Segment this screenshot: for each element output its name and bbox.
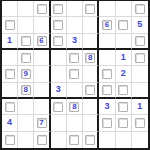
cell-input-box[interactable] (53, 102, 63, 112)
entered-digit: 9 (24, 70, 28, 78)
cell-r9c5[interactable] (67, 132, 83, 148)
cell-r8c4[interactable] (51, 115, 67, 131)
cell-input-box[interactable] (37, 4, 47, 14)
cell-r8c8[interactable] (116, 115, 132, 131)
cell-r6c8[interactable] (116, 83, 132, 99)
cell-r1c9[interactable] (132, 1, 148, 17)
cell-r2c9[interactable]: 5 (132, 17, 148, 33)
cell-r2c7[interactable]: 6 (99, 17, 115, 33)
cell-input-box[interactable] (102, 69, 112, 79)
entered-digit: 6 (39, 37, 43, 45)
cell-input-box[interactable] (135, 53, 145, 63)
cell-r4c4[interactable] (51, 50, 67, 66)
cell-r3c6[interactable] (83, 34, 99, 50)
given-digit: 3 (104, 102, 109, 111)
cell-input-box[interactable] (102, 85, 112, 95)
cell-r3c2[interactable] (18, 34, 34, 50)
cell-r6c6[interactable] (83, 83, 99, 99)
cell-r6c4[interactable]: 3 (51, 83, 67, 99)
entered-digit: 8 (24, 86, 28, 94)
cell-r7c5[interactable]: 8 (67, 99, 83, 115)
cell-r5c7[interactable] (99, 66, 115, 82)
cell-r2c3[interactable] (34, 17, 50, 33)
cell-r1c4[interactable] (51, 1, 67, 17)
cell-input-box[interactable] (118, 102, 128, 112)
cell-r9c1[interactable] (2, 132, 18, 148)
entered-digit: 7 (39, 119, 43, 127)
cell-r7c2[interactable] (18, 99, 34, 115)
cell-r6c1[interactable] (2, 83, 18, 99)
cell-r4c5[interactable] (67, 50, 83, 66)
cell-r7c7[interactable]: 3 (99, 99, 115, 115)
cell-input-box[interactable] (135, 4, 145, 14)
cell-r5c1[interactable] (2, 66, 18, 82)
cell-input-box[interactable] (118, 85, 128, 95)
cell-r8c3[interactable]: 7 (34, 115, 50, 131)
cell-input-box[interactable] (85, 4, 95, 14)
cell-r5c4[interactable] (51, 66, 67, 82)
cell-input-box[interactable] (85, 85, 95, 95)
cell-input-box[interactable] (37, 135, 47, 145)
cell-input-box[interactable] (69, 69, 79, 79)
given-digit: 3 (56, 85, 61, 94)
cell-r8c1[interactable]: 4 (2, 115, 18, 131)
cell-input-box[interactable]: 9 (21, 69, 31, 79)
cell-r1c3[interactable] (34, 1, 50, 17)
cell-input-box[interactable]: 6 (37, 36, 47, 46)
given-digit: 1 (121, 53, 126, 62)
given-digit: 5 (137, 20, 142, 29)
cell-r3c8[interactable] (116, 34, 132, 50)
cell-r9c3[interactable] (34, 132, 50, 148)
cell-r3c3[interactable]: 6 (34, 34, 50, 50)
entered-digit: 8 (72, 103, 76, 111)
cell-r4c7[interactable] (99, 50, 115, 66)
cell-input-box[interactable] (85, 135, 95, 145)
cell-r8c7[interactable] (99, 115, 115, 131)
cell-r2c1[interactable] (2, 17, 18, 33)
cell-r4c9[interactable] (132, 50, 148, 66)
cell-r4c3[interactable] (34, 50, 50, 66)
sudoku-board: 6516381928383147 (0, 0, 150, 150)
cell-input-box[interactable] (102, 118, 112, 128)
cell-r4c8[interactable]: 1 (116, 50, 132, 66)
cell-r7c6[interactable] (83, 99, 99, 115)
cell-r3c4[interactable] (51, 34, 67, 50)
given-digit: 1 (137, 102, 142, 111)
entered-digit: 8 (88, 54, 92, 62)
cell-input-box[interactable] (53, 4, 63, 14)
cell-input-box[interactable]: 8 (85, 53, 95, 63)
cell-r4c1[interactable] (2, 50, 18, 66)
cell-r1c7[interactable] (99, 1, 115, 17)
cell-input-box[interactable] (5, 20, 15, 30)
cell-input-box[interactable] (21, 36, 31, 46)
given-digit: 1 (7, 36, 12, 45)
cell-r2c5[interactable] (67, 17, 83, 33)
cell-input-box[interactable] (135, 36, 145, 46)
cell-input-box[interactable]: 6 (102, 20, 112, 30)
cell-input-box[interactable]: 8 (69, 102, 79, 112)
cell-r7c9[interactable]: 1 (132, 99, 148, 115)
cell-r4c2[interactable] (18, 50, 34, 66)
cell-input-box[interactable] (5, 135, 15, 145)
cell-r6c3[interactable] (34, 83, 50, 99)
cell-r1c2[interactable] (18, 1, 34, 17)
cell-r2c4[interactable] (51, 17, 67, 33)
cell-input-box[interactable] (118, 20, 128, 30)
cell-r6c5[interactable] (67, 83, 83, 99)
cell-r9c2[interactable] (18, 132, 34, 148)
cell-r5c6[interactable] (83, 66, 99, 82)
cell-r3c5[interactable]: 3 (67, 34, 83, 50)
entered-digit: 6 (105, 21, 109, 29)
cell-r2c2[interactable] (18, 17, 34, 33)
given-digit: 3 (72, 36, 77, 45)
cell-r6c7[interactable] (99, 83, 115, 99)
cell-r2c6[interactable] (83, 17, 99, 33)
cell-input-box[interactable] (69, 53, 79, 63)
cell-r9c4[interactable] (51, 132, 67, 148)
cell-input-box[interactable] (5, 102, 15, 112)
cell-r8c5[interactable] (67, 115, 83, 131)
cell-r4c6[interactable]: 8 (83, 50, 99, 66)
given-digit: 2 (121, 69, 126, 78)
cell-r5c8[interactable]: 2 (116, 66, 132, 82)
cell-r8c2[interactable] (18, 115, 34, 131)
cell-r7c8[interactable] (116, 99, 132, 115)
cell-r3c1[interactable]: 1 (2, 34, 18, 50)
cell-r7c4[interactable] (51, 99, 67, 115)
cell-input-box[interactable] (69, 135, 79, 145)
cell-r1c5[interactable] (67, 1, 83, 17)
cell-r5c5[interactable] (67, 66, 83, 82)
cell-r3c7[interactable] (99, 34, 115, 50)
cell-r1c1[interactable] (2, 1, 18, 17)
cell-r3c9[interactable] (132, 34, 148, 50)
cell-r7c3[interactable] (34, 99, 50, 115)
cell-input-box[interactable] (53, 20, 63, 30)
cell-r7c1[interactable] (2, 99, 18, 115)
cell-input-box[interactable]: 7 (37, 118, 47, 128)
cell-r9c9[interactable] (132, 132, 148, 148)
cell-r9c7[interactable] (99, 132, 115, 148)
cell-r5c9[interactable] (132, 66, 148, 82)
cell-input-box[interactable] (53, 36, 63, 46)
cell-r8c6[interactable] (83, 115, 99, 131)
cell-r2c8[interactable] (116, 17, 132, 33)
cell-input-box[interactable] (118, 118, 128, 128)
cell-r8c9[interactable] (132, 115, 148, 131)
cell-r1c8[interactable] (116, 1, 132, 17)
cell-input-box[interactable] (5, 69, 15, 79)
cell-input-box[interactable] (135, 118, 145, 128)
given-digit: 4 (7, 118, 12, 127)
cell-r9c6[interactable] (83, 132, 99, 148)
cell-r9c8[interactable] (116, 132, 132, 148)
cell-r5c2[interactable]: 9 (18, 66, 34, 82)
cell-input-box[interactable] (21, 53, 31, 63)
cell-r5c3[interactable] (34, 66, 50, 82)
cell-input-box[interactable]: 8 (21, 85, 31, 95)
cell-r6c2[interactable]: 8 (18, 83, 34, 99)
cell-r1c6[interactable] (83, 1, 99, 17)
cell-r6c9[interactable] (132, 83, 148, 99)
